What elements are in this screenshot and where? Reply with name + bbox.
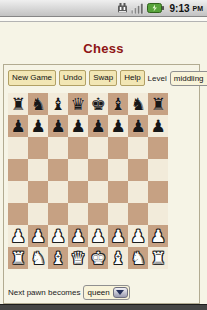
square-g4[interactable]	[128, 181, 148, 203]
chess-page: Chess New Game Undo Swap Help Level midd…	[0, 22, 207, 304]
toolbar: New Game Undo Swap Help Level middling	[7, 69, 199, 87]
square-b6[interactable]	[28, 137, 48, 159]
square-e3[interactable]	[88, 203, 108, 225]
signal-strength-icon	[131, 3, 144, 14]
square-d6[interactable]	[68, 137, 88, 159]
square-e8[interactable]: ♚	[88, 93, 108, 115]
square-f6[interactable]	[108, 137, 128, 159]
piece-white-bishop[interactable]: ♝	[50, 250, 65, 267]
square-c1[interactable]: ♝	[48, 247, 68, 269]
piece-white-pawn[interactable]: ♟	[150, 228, 165, 245]
phone-screen: 9:13 PM Chess New Game Undo Swap Help Le…	[0, 0, 207, 310]
square-c5[interactable]	[48, 159, 68, 181]
piece-white-knight[interactable]: ♞	[130, 250, 145, 267]
square-a5[interactable]	[8, 159, 28, 181]
square-c7[interactable]: ♟	[48, 115, 68, 137]
square-h6[interactable]	[148, 137, 168, 159]
game-panel: New Game Undo Swap Help Level middling ♜…	[3, 64, 200, 304]
help-button[interactable]: Help	[120, 70, 144, 86]
square-d3[interactable]	[68, 203, 88, 225]
piece-white-pawn[interactable]: ♟	[110, 228, 125, 245]
square-a4[interactable]	[8, 181, 28, 203]
square-a2[interactable]: ♟	[8, 225, 28, 247]
piece-black-knight[interactable]: ♞	[30, 96, 45, 113]
square-e1[interactable]: ♚	[88, 247, 108, 269]
square-g5[interactable]	[128, 159, 148, 181]
piece-white-knight[interactable]: ♞	[30, 250, 45, 267]
square-e2[interactable]: ♟	[88, 225, 108, 247]
square-f7[interactable]: ♟	[108, 115, 128, 137]
status-time-meridiem: PM	[193, 5, 204, 12]
piece-black-queen[interactable]: ♛	[70, 96, 85, 113]
square-h3[interactable]	[148, 203, 168, 225]
square-g3[interactable]	[128, 203, 148, 225]
piece-black-pawn[interactable]: ♟	[50, 118, 65, 135]
square-f4[interactable]	[108, 181, 128, 203]
square-b7[interactable]: ♟	[28, 115, 48, 137]
square-e4[interactable]	[88, 181, 108, 203]
level-label: Level	[148, 74, 167, 83]
promotion-select-value: queen	[87, 288, 109, 297]
piece-black-pawn[interactable]: ♟	[90, 118, 105, 135]
square-h8[interactable]: ♜	[148, 93, 168, 115]
piece-black-knight[interactable]: ♞	[130, 96, 145, 113]
new-game-button[interactable]: New Game	[8, 70, 56, 86]
piece-white-pawn[interactable]: ♟	[90, 228, 105, 245]
square-a8[interactable]: ♜	[8, 93, 28, 115]
window-bottom-edge	[0, 304, 207, 310]
piece-white-rook[interactable]: ♜	[150, 250, 165, 267]
piece-black-rook[interactable]: ♜	[150, 96, 165, 113]
chevron-down-icon[interactable]	[113, 287, 128, 298]
piece-black-pawn[interactable]: ♟	[130, 118, 145, 135]
square-f1[interactable]: ♝	[108, 247, 128, 269]
piece-black-pawn[interactable]: ♟	[10, 118, 25, 135]
square-b2[interactable]: ♟	[28, 225, 48, 247]
usb-icon	[117, 3, 128, 14]
square-f5[interactable]	[108, 159, 128, 181]
piece-black-pawn[interactable]: ♟	[70, 118, 85, 135]
piece-black-rook[interactable]: ♜	[10, 96, 25, 113]
piece-black-pawn[interactable]: ♟	[150, 118, 165, 135]
piece-white-rook[interactable]: ♜	[10, 250, 25, 267]
piece-black-pawn[interactable]: ♟	[110, 118, 125, 135]
square-a7[interactable]: ♟	[8, 115, 28, 137]
piece-black-king[interactable]: ♚	[90, 96, 105, 113]
page-title: Chess	[0, 41, 207, 56]
level-select-value: middling	[174, 74, 204, 83]
undo-button[interactable]: Undo	[59, 70, 86, 86]
square-c2[interactable]: ♟	[48, 225, 68, 247]
chess-board[interactable]: ♜♞♝♛♚♝♞♜♟♟♟♟♟♟♟♟♟♟♟♟♟♟♟♟♜♞♝♛♚♝♞♜	[8, 93, 168, 269]
square-b8[interactable]: ♞	[28, 93, 48, 115]
status-time: 9:13	[169, 3, 189, 14]
piece-black-pawn[interactable]: ♟	[30, 118, 45, 135]
square-h2[interactable]: ♟	[148, 225, 168, 247]
promotion-label: Next pawn becomes	[8, 288, 80, 297]
square-c4[interactable]	[48, 181, 68, 203]
square-g8[interactable]: ♞	[128, 93, 148, 115]
status-bar: 9:13 PM	[0, 0, 207, 17]
square-b4[interactable]	[28, 181, 48, 203]
square-b5[interactable]	[28, 159, 48, 181]
piece-white-pawn[interactable]: ♟	[130, 228, 145, 245]
square-h5[interactable]	[148, 159, 168, 181]
piece-white-bishop[interactable]: ♝	[110, 250, 125, 267]
piece-black-bishop[interactable]: ♝	[110, 96, 125, 113]
square-f8[interactable]: ♝	[108, 93, 128, 115]
piece-white-king[interactable]: ♚	[90, 250, 105, 267]
square-d2[interactable]: ♟	[68, 225, 88, 247]
promotion-row: Next pawn becomes queen	[7, 285, 199, 300]
promotion-select[interactable]: queen	[83, 285, 129, 300]
square-d8[interactable]: ♛	[68, 93, 88, 115]
square-d5[interactable]	[68, 159, 88, 181]
square-a1[interactable]: ♜	[8, 247, 28, 269]
battery-charging-icon	[147, 3, 164, 13]
piece-white-pawn[interactable]: ♟	[70, 228, 85, 245]
square-d7[interactable]: ♟	[68, 115, 88, 137]
square-f2[interactable]: ♟	[108, 225, 128, 247]
square-d4[interactable]	[68, 181, 88, 203]
piece-black-bishop[interactable]: ♝	[50, 96, 65, 113]
square-c6[interactable]	[48, 137, 68, 159]
square-e6[interactable]	[88, 137, 108, 159]
square-a3[interactable]	[8, 203, 28, 225]
square-d1[interactable]: ♛	[68, 247, 88, 269]
piece-white-pawn[interactable]: ♟	[10, 228, 25, 245]
square-g6[interactable]	[128, 137, 148, 159]
square-g1[interactable]: ♞	[128, 247, 148, 269]
square-b3[interactable]	[28, 203, 48, 225]
piece-white-queen[interactable]: ♛	[70, 250, 85, 267]
square-e7[interactable]: ♟	[88, 115, 108, 137]
piece-white-pawn[interactable]: ♟	[50, 228, 65, 245]
swap-button[interactable]: Swap	[89, 70, 117, 86]
square-b1[interactable]: ♞	[28, 247, 48, 269]
square-c3[interactable]	[48, 203, 68, 225]
square-g7[interactable]: ♟	[128, 115, 148, 137]
square-g2[interactable]: ♟	[128, 225, 148, 247]
square-h7[interactable]: ♟	[148, 115, 168, 137]
level-select[interactable]: middling	[170, 71, 207, 86]
square-c8[interactable]: ♝	[48, 93, 68, 115]
square-f3[interactable]	[108, 203, 128, 225]
square-e5[interactable]	[88, 159, 108, 181]
piece-white-pawn[interactable]: ♟	[30, 228, 45, 245]
square-a6[interactable]	[8, 137, 28, 159]
square-h1[interactable]: ♜	[148, 247, 168, 269]
square-h4[interactable]	[148, 181, 168, 203]
